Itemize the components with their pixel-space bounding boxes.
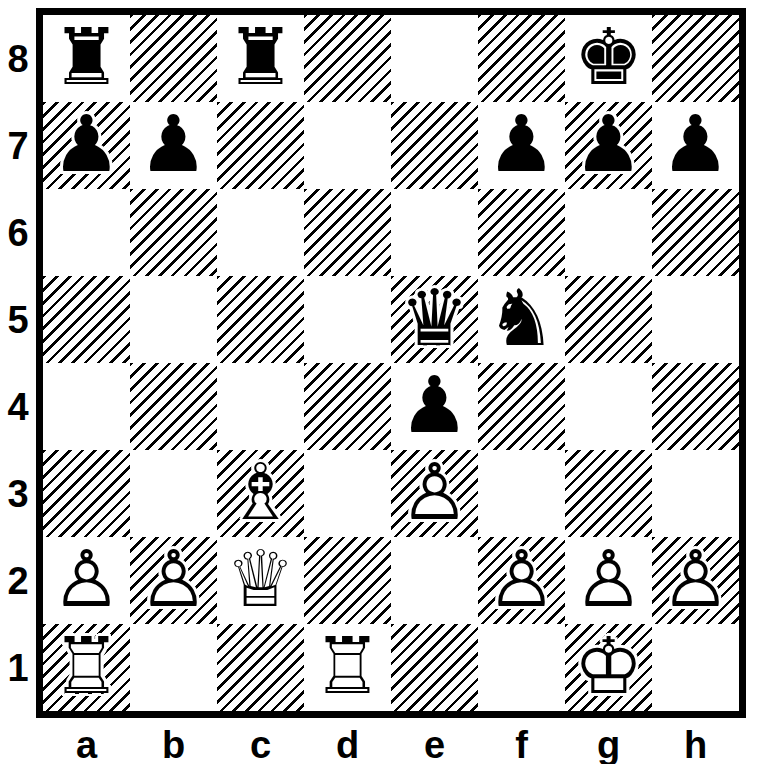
square-h4[interactable] bbox=[652, 363, 739, 450]
black-queen-e5: ♛ bbox=[391, 276, 478, 363]
file-labels: abcdefgh bbox=[36, 718, 746, 764]
rank-label-1: 1 bbox=[7, 649, 28, 687]
square-c7[interactable] bbox=[217, 102, 304, 189]
square-g1[interactable]: ♚♔ bbox=[565, 624, 652, 711]
file-label-b: b bbox=[162, 726, 185, 764]
square-d1[interactable]: ♜♖ bbox=[304, 624, 391, 711]
square-f2[interactable]: ♟♙ bbox=[478, 537, 565, 624]
piece-glyph: ♞ bbox=[487, 279, 557, 357]
white-pawn-b2: ♟♙ bbox=[130, 537, 217, 624]
piece-glyph: ♟ bbox=[574, 105, 644, 183]
square-h7[interactable]: ♟ bbox=[652, 102, 739, 189]
black-pawn-f7: ♟ bbox=[478, 102, 565, 189]
piece-outline-glyph: ♔ bbox=[574, 627, 644, 705]
square-e3[interactable]: ♟♙ bbox=[391, 450, 478, 537]
square-c2[interactable]: ♛♕ bbox=[217, 537, 304, 624]
square-d6[interactable] bbox=[304, 189, 391, 276]
rank-label-4: 4 bbox=[7, 388, 28, 426]
white-pawn-e3: ♟♙ bbox=[391, 450, 478, 537]
file-label-d: d bbox=[336, 726, 359, 764]
square-g7[interactable]: ♟ bbox=[565, 102, 652, 189]
square-a3[interactable] bbox=[43, 450, 130, 537]
square-d2[interactable] bbox=[304, 537, 391, 624]
square-e6[interactable] bbox=[391, 189, 478, 276]
piece-outline-glyph: ♙ bbox=[52, 540, 122, 618]
square-d3[interactable] bbox=[304, 450, 391, 537]
piece-outline-glyph: ♙ bbox=[487, 540, 557, 618]
black-pawn-b7: ♟ bbox=[130, 102, 217, 189]
rank-label-7: 7 bbox=[7, 127, 28, 165]
piece-outline-glyph: ♙ bbox=[574, 540, 644, 618]
black-pawn-e4: ♟ bbox=[391, 363, 478, 450]
square-d5[interactable] bbox=[304, 276, 391, 363]
square-g5[interactable] bbox=[565, 276, 652, 363]
piece-outline-glyph: ♕ bbox=[226, 540, 296, 618]
square-f4[interactable] bbox=[478, 363, 565, 450]
square-b1[interactable] bbox=[130, 624, 217, 711]
square-b4[interactable] bbox=[130, 363, 217, 450]
square-f1[interactable] bbox=[478, 624, 565, 711]
square-h6[interactable] bbox=[652, 189, 739, 276]
file-label-g: g bbox=[597, 726, 620, 764]
square-d8[interactable] bbox=[304, 15, 391, 102]
file-label-c: c bbox=[250, 726, 271, 764]
board-layout: 87654321 ♜♜♚♟♟♟♟♟♛♞♟♝♗♟♙♟♙♟♙♛♕♟♙♟♙♟♙♜♖♜♖… bbox=[0, 8, 770, 764]
square-d4[interactable] bbox=[304, 363, 391, 450]
square-e2[interactable] bbox=[391, 537, 478, 624]
chess-diagram: 87654321 ♜♜♚♟♟♟♟♟♛♞♟♝♗♟♙♟♙♟♙♛♕♟♙♟♙♟♙♜♖♜♖… bbox=[0, 0, 770, 764]
piece-glyph: ♟ bbox=[52, 105, 122, 183]
square-a2[interactable]: ♟♙ bbox=[43, 537, 130, 624]
square-f8[interactable] bbox=[478, 15, 565, 102]
square-a7[interactable]: ♟ bbox=[43, 102, 130, 189]
square-h8[interactable] bbox=[652, 15, 739, 102]
square-c4[interactable] bbox=[217, 363, 304, 450]
piece-outline-glyph: ♙ bbox=[139, 540, 209, 618]
black-knight-f5: ♞ bbox=[478, 276, 565, 363]
square-h3[interactable] bbox=[652, 450, 739, 537]
white-rook-a1: ♜♖ bbox=[43, 624, 130, 711]
piece-glyph: ♟ bbox=[487, 105, 557, 183]
square-d7[interactable] bbox=[304, 102, 391, 189]
black-rook-c8: ♜ bbox=[217, 15, 304, 102]
square-b7[interactable]: ♟ bbox=[130, 102, 217, 189]
piece-glyph: ♟ bbox=[661, 105, 731, 183]
square-g4[interactable] bbox=[565, 363, 652, 450]
white-pawn-f2: ♟♙ bbox=[478, 537, 565, 624]
square-a8[interactable]: ♜ bbox=[43, 15, 130, 102]
black-pawn-g7: ♟ bbox=[565, 102, 652, 189]
black-pawn-h7: ♟ bbox=[652, 102, 739, 189]
piece-glyph: ♛ bbox=[400, 279, 470, 357]
white-pawn-a2: ♟♙ bbox=[43, 537, 130, 624]
white-pawn-g2: ♟♙ bbox=[565, 537, 652, 624]
piece-glyph: ♜ bbox=[52, 18, 122, 96]
black-king-g8: ♚ bbox=[565, 15, 652, 102]
white-queen-c2: ♛♕ bbox=[217, 537, 304, 624]
piece-outline-glyph: ♙ bbox=[400, 453, 470, 531]
rank-label-2: 2 bbox=[7, 562, 28, 600]
piece-outline-glyph: ♙ bbox=[661, 540, 731, 618]
square-h1[interactable] bbox=[652, 624, 739, 711]
square-b8[interactable] bbox=[130, 15, 217, 102]
square-a1[interactable]: ♜♖ bbox=[43, 624, 130, 711]
piece-glyph: ♟ bbox=[400, 366, 470, 444]
rank-label-6: 6 bbox=[7, 214, 28, 252]
square-e5[interactable]: ♛ bbox=[391, 276, 478, 363]
rank-label-3: 3 bbox=[7, 475, 28, 513]
square-a5[interactable] bbox=[43, 276, 130, 363]
black-pawn-a7: ♟ bbox=[43, 102, 130, 189]
black-rook-a8: ♜ bbox=[43, 15, 130, 102]
square-c8[interactable]: ♜ bbox=[217, 15, 304, 102]
square-g3[interactable] bbox=[565, 450, 652, 537]
square-h5[interactable] bbox=[652, 276, 739, 363]
square-g8[interactable]: ♚ bbox=[565, 15, 652, 102]
file-label-f: f bbox=[515, 726, 528, 764]
square-h2[interactable]: ♟♙ bbox=[652, 537, 739, 624]
square-c1[interactable] bbox=[217, 624, 304, 711]
rank-label-5: 5 bbox=[7, 301, 28, 339]
piece-glyph: ♟ bbox=[139, 105, 209, 183]
square-e1[interactable] bbox=[391, 624, 478, 711]
square-e4[interactable]: ♟ bbox=[391, 363, 478, 450]
square-b3[interactable] bbox=[130, 450, 217, 537]
chess-board: ♜♜♚♟♟♟♟♟♛♞♟♝♗♟♙♟♙♟♙♛♕♟♙♟♙♟♙♜♖♜♖♚♔ bbox=[36, 8, 746, 718]
square-e7[interactable] bbox=[391, 102, 478, 189]
square-c5[interactable] bbox=[217, 276, 304, 363]
piece-outline-glyph: ♖ bbox=[313, 627, 383, 705]
square-b2[interactable]: ♟♙ bbox=[130, 537, 217, 624]
piece-glyph: ♜ bbox=[226, 18, 296, 96]
square-c6[interactable] bbox=[217, 189, 304, 276]
white-rook-d1: ♜♖ bbox=[304, 624, 391, 711]
white-pawn-h2: ♟♙ bbox=[652, 537, 739, 624]
file-label-h: h bbox=[684, 726, 707, 764]
square-c3[interactable]: ♝♗ bbox=[217, 450, 304, 537]
white-bishop-c3: ♝♗ bbox=[217, 450, 304, 537]
square-a6[interactable] bbox=[43, 189, 130, 276]
square-f5[interactable]: ♞ bbox=[478, 276, 565, 363]
rank-label-8: 8 bbox=[7, 40, 28, 78]
square-f7[interactable]: ♟ bbox=[478, 102, 565, 189]
file-label-a: a bbox=[76, 726, 97, 764]
piece-outline-glyph: ♖ bbox=[52, 627, 122, 705]
square-a4[interactable] bbox=[43, 363, 130, 450]
square-b6[interactable] bbox=[130, 189, 217, 276]
square-g2[interactable]: ♟♙ bbox=[565, 537, 652, 624]
square-e8[interactable] bbox=[391, 15, 478, 102]
white-king-g1: ♚♔ bbox=[565, 624, 652, 711]
square-f6[interactable] bbox=[478, 189, 565, 276]
square-b5[interactable] bbox=[130, 276, 217, 363]
square-f3[interactable] bbox=[478, 450, 565, 537]
square-g6[interactable] bbox=[565, 189, 652, 276]
rank-labels: 87654321 bbox=[0, 8, 36, 718]
piece-outline-glyph: ♗ bbox=[226, 453, 296, 531]
file-label-e: e bbox=[424, 726, 445, 764]
piece-glyph: ♚ bbox=[574, 18, 644, 96]
